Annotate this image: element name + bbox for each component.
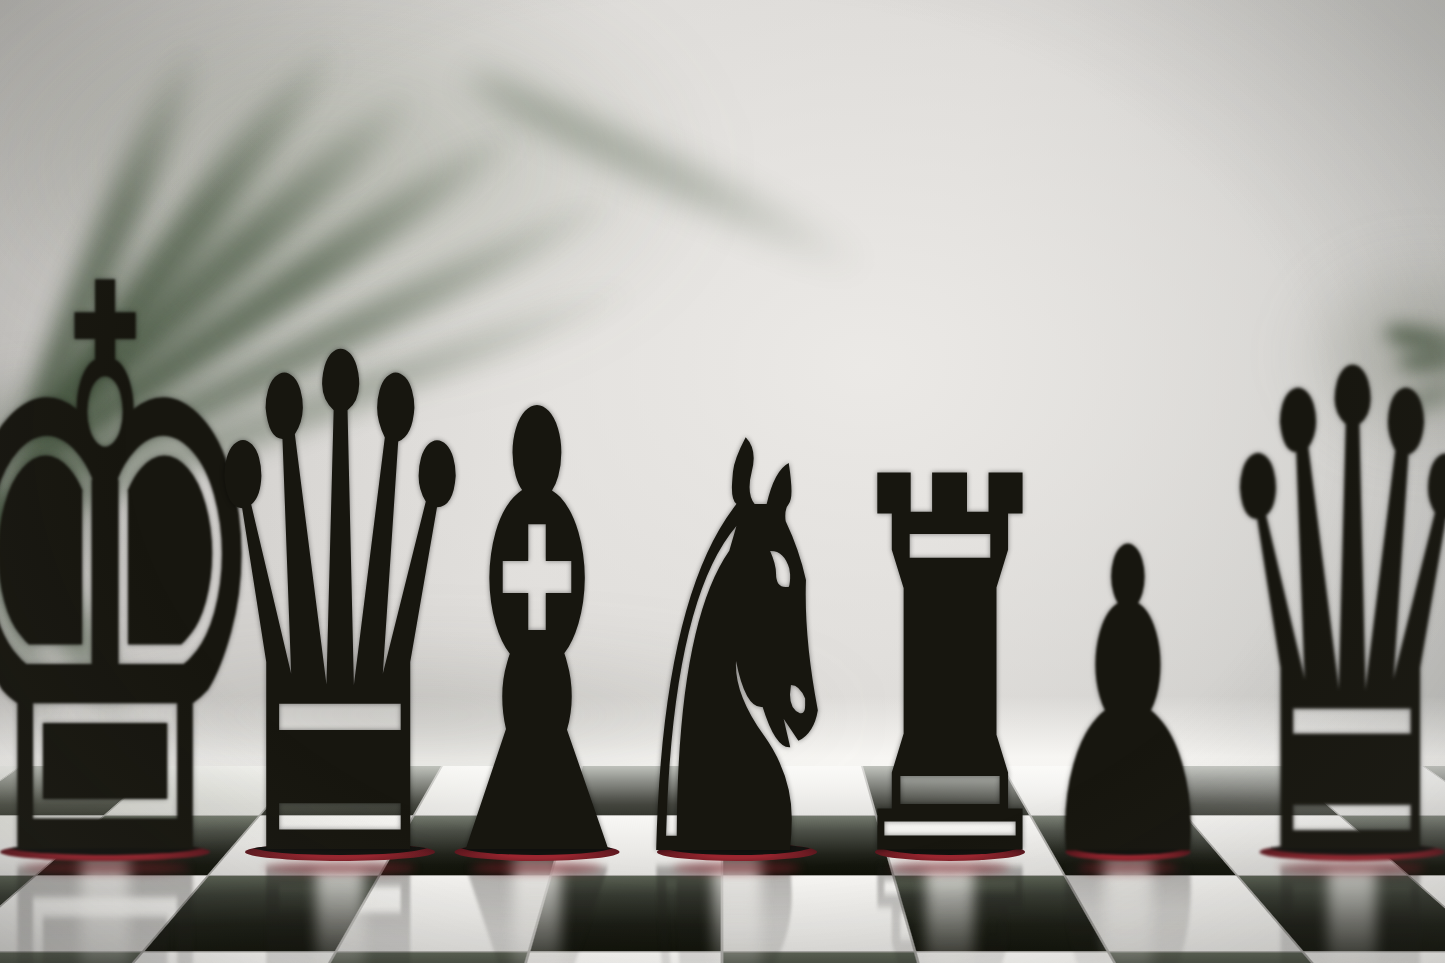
knight-glyph: ♞ xyxy=(610,372,863,937)
chess-set-photo-scene: ♚♚♛♛♝♝♞♞♜♜♟♟♛♛ xyxy=(0,0,1445,963)
rook-glyph: ♜ xyxy=(834,413,1065,929)
queen-2-glyph: ♛ xyxy=(1203,288,1445,951)
pawn-glyph: ♟ xyxy=(1034,495,1222,915)
